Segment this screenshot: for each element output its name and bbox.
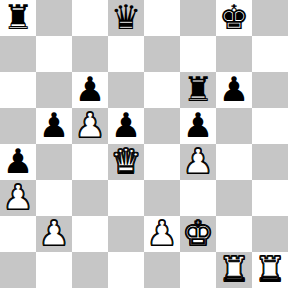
square-a7[interactable] <box>0 36 36 72</box>
square-f1[interactable] <box>180 252 216 288</box>
square-f7[interactable] <box>180 36 216 72</box>
square-b8[interactable] <box>36 0 72 36</box>
square-d4[interactable]: ♛ <box>108 144 144 180</box>
square-a2[interactable] <box>0 216 36 252</box>
square-h8[interactable] <box>252 0 288 36</box>
square-a3[interactable]: ♟ <box>0 180 36 216</box>
square-d5[interactable]: ♟ <box>108 108 144 144</box>
white-pawn[interactable]: ♟ <box>183 143 213 179</box>
square-a6[interactable] <box>0 72 36 108</box>
square-b4[interactable] <box>36 144 72 180</box>
white-pawn[interactable]: ♟ <box>3 179 33 215</box>
square-c3[interactable] <box>72 180 108 216</box>
square-e3[interactable] <box>144 180 180 216</box>
white-pawn[interactable]: ♟ <box>147 215 177 251</box>
square-d6[interactable] <box>108 72 144 108</box>
black-pawn[interactable]: ♟ <box>3 143 33 179</box>
square-b7[interactable] <box>36 36 72 72</box>
white-rook[interactable]: ♜ <box>255 251 285 287</box>
square-d1[interactable] <box>108 252 144 288</box>
white-rook[interactable]: ♜ <box>219 251 249 287</box>
black-pawn[interactable]: ♟ <box>183 107 213 143</box>
square-d8[interactable]: ♛ <box>108 0 144 36</box>
square-c8[interactable] <box>72 0 108 36</box>
square-e5[interactable] <box>144 108 180 144</box>
square-f4[interactable]: ♟ <box>180 144 216 180</box>
square-h3[interactable] <box>252 180 288 216</box>
square-e7[interactable] <box>144 36 180 72</box>
square-a4[interactable]: ♟ <box>0 144 36 180</box>
square-e8[interactable] <box>144 0 180 36</box>
square-d2[interactable] <box>108 216 144 252</box>
square-g5[interactable] <box>216 108 252 144</box>
square-f3[interactable] <box>180 180 216 216</box>
white-queen[interactable]: ♛ <box>111 143 141 179</box>
square-g6[interactable]: ♟ <box>216 72 252 108</box>
square-a1[interactable] <box>0 252 36 288</box>
black-rook[interactable]: ♜ <box>3 0 33 35</box>
square-e1[interactable] <box>144 252 180 288</box>
white-pawn[interactable]: ♟ <box>75 107 105 143</box>
square-h6[interactable] <box>252 72 288 108</box>
square-b6[interactable] <box>36 72 72 108</box>
square-g7[interactable] <box>216 36 252 72</box>
square-c7[interactable] <box>72 36 108 72</box>
square-f6[interactable]: ♜ <box>180 72 216 108</box>
square-d3[interactable] <box>108 180 144 216</box>
square-b1[interactable] <box>36 252 72 288</box>
square-c1[interactable] <box>72 252 108 288</box>
white-pawn[interactable]: ♟ <box>39 215 69 251</box>
square-e6[interactable] <box>144 72 180 108</box>
square-g2[interactable] <box>216 216 252 252</box>
square-c5[interactable]: ♟ <box>72 108 108 144</box>
square-c2[interactable] <box>72 216 108 252</box>
black-pawn[interactable]: ♟ <box>111 107 141 143</box>
square-b5[interactable]: ♟ <box>36 108 72 144</box>
square-h4[interactable] <box>252 144 288 180</box>
black-rook[interactable]: ♜ <box>183 71 213 107</box>
square-e4[interactable] <box>144 144 180 180</box>
black-pawn[interactable]: ♟ <box>39 107 69 143</box>
square-c4[interactable] <box>72 144 108 180</box>
square-h7[interactable] <box>252 36 288 72</box>
black-queen[interactable]: ♛ <box>111 0 141 35</box>
square-h1[interactable]: ♜ <box>252 252 288 288</box>
square-g4[interactable] <box>216 144 252 180</box>
square-f5[interactable]: ♟ <box>180 108 216 144</box>
square-c6[interactable]: ♟ <box>72 72 108 108</box>
black-king[interactable]: ♚ <box>219 0 249 35</box>
square-h5[interactable] <box>252 108 288 144</box>
square-b3[interactable] <box>36 180 72 216</box>
square-e2[interactable]: ♟ <box>144 216 180 252</box>
square-d7[interactable] <box>108 36 144 72</box>
square-f8[interactable] <box>180 0 216 36</box>
square-g3[interactable] <box>216 180 252 216</box>
square-f2[interactable]: ♚ <box>180 216 216 252</box>
chess-board: ♜♛♚♟♜♟♟♟♟♟♟♛♟♟♟♟♚♜♜ <box>0 0 288 288</box>
square-b2[interactable]: ♟ <box>36 216 72 252</box>
square-a8[interactable]: ♜ <box>0 0 36 36</box>
square-a5[interactable] <box>0 108 36 144</box>
square-g8[interactable]: ♚ <box>216 0 252 36</box>
black-pawn[interactable]: ♟ <box>75 71 105 107</box>
black-pawn[interactable]: ♟ <box>219 71 249 107</box>
square-h2[interactable] <box>252 216 288 252</box>
square-g1[interactable]: ♜ <box>216 252 252 288</box>
white-king[interactable]: ♚ <box>183 215 213 251</box>
